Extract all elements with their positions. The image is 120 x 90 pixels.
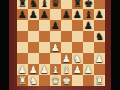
square-a6[interactable] [17,20,28,31]
square-a8[interactable]: ♜ [17,0,28,9]
square-g4[interactable] [83,42,94,53]
square-f1[interactable] [72,75,83,86]
square-b7[interactable]: ♟ [28,9,39,20]
black-pawn-h7[interactable]: ♟ [94,9,105,20]
square-h1[interactable]: ♜ [94,75,105,86]
square-b1[interactable]: ♞ [28,75,39,86]
square-b6[interactable] [28,20,39,31]
white-pawn-d4[interactable]: ♟ [50,42,61,53]
square-g5[interactable] [83,31,94,42]
square-g8[interactable]: ♚ [83,0,94,9]
square-g2[interactable]: ♟ [83,64,94,75]
square-f2[interactable]: ♟ [72,64,83,75]
square-f4[interactable] [72,42,83,53]
white-rook-a1[interactable]: ♜ [17,75,28,86]
black-pawn-a7[interactable]: ♟ [17,9,28,20]
square-c6[interactable] [39,20,50,31]
black-pawn-c7[interactable]: ♟ [39,9,50,20]
chess-board[interactable]: ♜♞♝♛♜♚♟♟♟♟♟♝♟♟♟♞♟♟♞♟♟♟♟♝♝♟♟♜♞♛♚♜ [17,0,105,86]
square-h4[interactable] [94,42,105,53]
square-a2[interactable]: ♟ [17,64,28,75]
square-a3[interactable] [17,53,28,64]
white-king-e1[interactable]: ♚ [61,75,72,86]
square-e6[interactable] [61,20,72,31]
black-pawn-e7[interactable]: ♟ [61,9,72,20]
black-rook-f8[interactable]: ♜ [72,0,83,9]
black-bishop-c8[interactable]: ♝ [39,0,50,9]
white-bishop-e2[interactable]: ♝ [61,64,72,75]
square-d4[interactable]: ♟ [50,42,61,53]
square-f6[interactable] [72,20,83,31]
white-pawn-h3[interactable]: ♟ [94,53,105,64]
square-h8[interactable] [94,0,105,9]
square-e8[interactable] [61,0,72,9]
square-c4[interactable] [39,42,50,53]
square-b5[interactable] [28,31,39,42]
square-f5[interactable] [72,31,83,42]
square-b3[interactable] [28,53,39,64]
square-a4[interactable] [17,42,28,53]
square-d1[interactable]: ♛ [50,75,61,86]
square-g7[interactable]: ♝ [83,9,94,20]
square-d2[interactable]: ♝ [50,64,61,75]
square-d6[interactable]: ♟ [50,20,61,31]
white-pawn-f2[interactable]: ♟ [72,64,83,75]
square-h6[interactable] [94,20,105,31]
square-g1[interactable] [83,75,94,86]
black-pawn-g6[interactable]: ♟ [83,20,94,31]
square-e5[interactable] [61,31,72,42]
square-h5[interactable]: ♞ [94,31,105,42]
square-b8[interactable]: ♞ [28,0,39,9]
square-c2[interactable]: ♟ [39,64,50,75]
square-e2[interactable]: ♝ [61,64,72,75]
white-queen-d1[interactable]: ♛ [50,75,61,86]
black-bishop-g7[interactable]: ♝ [83,9,94,20]
white-knight-f3[interactable]: ♞ [72,53,83,64]
square-e1[interactable]: ♚ [61,75,72,86]
video-letterbox: ♜♞♝♛♜♚♟♟♟♟♟♝♟♟♟♞♟♟♞♟♟♟♟♝♝♟♟♜♞♛♚♜ [0,0,120,90]
square-b4[interactable] [28,42,39,53]
square-f3[interactable]: ♞ [72,53,83,64]
square-d5[interactable] [50,31,61,42]
square-c3[interactable] [39,53,50,64]
white-bishop-d2[interactable]: ♝ [50,64,61,75]
black-pawn-d6[interactable]: ♟ [50,20,61,31]
square-c1[interactable] [39,75,50,86]
square-f7[interactable]: ♟ [72,9,83,20]
square-d3[interactable] [50,53,61,64]
square-h7[interactable]: ♟ [94,9,105,20]
square-e3[interactable]: ♟ [61,53,72,64]
square-g6[interactable]: ♟ [83,20,94,31]
square-d8[interactable]: ♛ [50,0,61,9]
square-b2[interactable]: ♟ [28,64,39,75]
square-h2[interactable] [94,64,105,75]
black-knight-b8[interactable]: ♞ [28,0,39,9]
square-h3[interactable]: ♟ [94,53,105,64]
black-knight-h5[interactable]: ♞ [94,31,105,42]
square-c5[interactable] [39,31,50,42]
white-rook-h1[interactable]: ♜ [94,75,105,86]
black-king-g8[interactable]: ♚ [83,0,94,9]
white-pawn-g2[interactable]: ♟ [83,64,94,75]
square-c8[interactable]: ♝ [39,0,50,9]
square-e7[interactable]: ♟ [61,9,72,20]
square-a1[interactable]: ♜ [17,75,28,86]
black-queen-d8[interactable]: ♛ [50,0,61,9]
black-pawn-b7[interactable]: ♟ [28,9,39,20]
square-c7[interactable]: ♟ [39,9,50,20]
square-a7[interactable]: ♟ [17,9,28,20]
square-d7[interactable] [50,9,61,20]
black-pawn-f7[interactable]: ♟ [72,9,83,20]
white-pawn-e3[interactable]: ♟ [61,53,72,64]
square-a5[interactable] [17,31,28,42]
white-pawn-a2[interactable]: ♟ [17,64,28,75]
white-pawn-c2[interactable]: ♟ [39,64,50,75]
square-f8[interactable]: ♜ [72,0,83,9]
square-e4[interactable] [61,42,72,53]
white-pawn-b2[interactable]: ♟ [28,64,39,75]
white-knight-b1[interactable]: ♞ [28,75,39,86]
square-g3[interactable] [83,53,94,64]
black-rook-a8[interactable]: ♜ [17,0,28,9]
